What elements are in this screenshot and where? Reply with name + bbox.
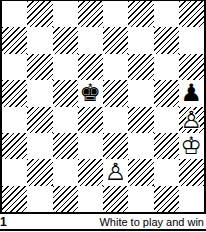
white-pawn: ♟♙ — [179, 107, 204, 133]
black-pawn-glyph: ♟ — [179, 80, 204, 106]
square-f6[interactable] — [128, 54, 153, 80]
square-e6[interactable] — [103, 54, 128, 80]
square-d1[interactable] — [78, 186, 103, 212]
square-h3[interactable]: ♚♔ — [179, 133, 204, 159]
square-b6[interactable] — [27, 54, 52, 80]
square-g5[interactable] — [154, 80, 179, 106]
white-king: ♚♔ — [179, 133, 204, 159]
square-a8[interactable] — [2, 1, 27, 27]
chess-diagram: ♚♚♟♟♟♙♚♔♟♙ 1 White to play and win — [0, 0, 206, 232]
chess-board: ♚♚♟♟♟♙♚♔♟♙ — [0, 0, 206, 214]
square-c5[interactable] — [53, 80, 78, 106]
white-pawn: ♟♙ — [103, 159, 128, 185]
black-king: ♚♚ — [78, 80, 103, 106]
square-c6[interactable] — [53, 54, 78, 80]
square-d4[interactable] — [78, 107, 103, 133]
square-h5[interactable]: ♟♟ — [179, 80, 204, 106]
square-h4[interactable]: ♟♙ — [179, 107, 204, 133]
square-a5[interactable] — [2, 80, 27, 106]
square-b2[interactable] — [27, 159, 52, 185]
square-g8[interactable] — [154, 1, 179, 27]
square-g2[interactable] — [154, 159, 179, 185]
square-e8[interactable] — [103, 1, 128, 27]
square-g7[interactable] — [154, 27, 179, 53]
bottom-rule — [0, 229, 206, 231]
square-h6[interactable] — [179, 54, 204, 80]
square-b8[interactable] — [27, 1, 52, 27]
square-c3[interactable] — [53, 133, 78, 159]
square-c7[interactable] — [53, 27, 78, 53]
square-b1[interactable] — [27, 186, 52, 212]
caption-text: White to play and win — [99, 216, 204, 228]
square-e5[interactable] — [103, 80, 128, 106]
square-e3[interactable] — [103, 133, 128, 159]
square-f8[interactable] — [128, 1, 153, 27]
square-f2[interactable] — [128, 159, 153, 185]
square-b4[interactable] — [27, 107, 52, 133]
square-g6[interactable] — [154, 54, 179, 80]
square-f3[interactable] — [128, 133, 153, 159]
white-pawn-glyph: ♙ — [103, 159, 128, 185]
square-d7[interactable] — [78, 27, 103, 53]
square-b7[interactable] — [27, 27, 52, 53]
diagram-caption: 1 White to play and win — [0, 214, 206, 229]
black-pawn: ♟♟ — [179, 80, 204, 106]
square-d2[interactable] — [78, 159, 103, 185]
diagram-number: 1 — [0, 215, 7, 229]
square-a2[interactable] — [2, 159, 27, 185]
square-h8[interactable] — [179, 1, 204, 27]
square-d3[interactable] — [78, 133, 103, 159]
square-h1[interactable] — [179, 186, 204, 212]
black-king-glyph: ♚ — [78, 80, 103, 106]
square-a1[interactable] — [2, 186, 27, 212]
square-b5[interactable] — [27, 80, 52, 106]
square-d6[interactable] — [78, 54, 103, 80]
square-e1[interactable] — [103, 186, 128, 212]
square-a3[interactable] — [2, 133, 27, 159]
square-c2[interactable] — [53, 159, 78, 185]
square-d8[interactable] — [78, 1, 103, 27]
square-f4[interactable] — [128, 107, 153, 133]
white-pawn-glyph: ♙ — [179, 107, 204, 133]
square-f7[interactable] — [128, 27, 153, 53]
square-e7[interactable] — [103, 27, 128, 53]
square-a6[interactable] — [2, 54, 27, 80]
square-h7[interactable] — [179, 27, 204, 53]
square-c1[interactable] — [53, 186, 78, 212]
white-king-glyph: ♔ — [179, 133, 204, 159]
square-e2[interactable]: ♟♙ — [103, 159, 128, 185]
square-g3[interactable] — [154, 133, 179, 159]
square-a7[interactable] — [2, 27, 27, 53]
square-a4[interactable] — [2, 107, 27, 133]
square-d5[interactable]: ♚♚ — [78, 80, 103, 106]
square-c4[interactable] — [53, 107, 78, 133]
square-c8[interactable] — [53, 1, 78, 27]
square-f1[interactable] — [128, 186, 153, 212]
square-g1[interactable] — [154, 186, 179, 212]
square-e4[interactable] — [103, 107, 128, 133]
square-h2[interactable] — [179, 159, 204, 185]
square-f5[interactable] — [128, 80, 153, 106]
square-g4[interactable] — [154, 107, 179, 133]
square-b3[interactable] — [27, 133, 52, 159]
